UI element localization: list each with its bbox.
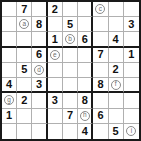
given-digit: 6 [36, 49, 42, 60]
cell-r3c4[interactable]: 1 [48, 32, 63, 47]
cell-r6c4[interactable] [48, 78, 63, 93]
given-digit: 7 [97, 49, 103, 60]
cell-r7c7[interactable] [93, 93, 108, 108]
cell-r3c8[interactable]: 4 [109, 32, 124, 47]
circled-letter-f: f [111, 80, 121, 90]
cell-r1c1[interactable] [2, 2, 17, 17]
cell-r9c2[interactable] [17, 124, 32, 139]
cell-r6c9[interactable] [124, 78, 139, 93]
cell-r6c3[interactable]: 3 [32, 78, 47, 93]
sudoku-board: 72ca8531b646e715d2438fg23817h645i [0, 0, 141, 141]
cell-r7c2[interactable]: 2 [17, 93, 32, 108]
cell-r7c1[interactable]: g [2, 93, 17, 108]
given-digit: 2 [21, 95, 27, 106]
cell-r7c5[interactable] [63, 93, 78, 108]
cell-r4c8[interactable] [109, 48, 124, 63]
cell-r6c5[interactable] [63, 78, 78, 93]
cell-r8c9[interactable] [124, 109, 139, 124]
cell-r3c3[interactable] [32, 32, 47, 47]
cell-r1c6[interactable] [78, 2, 93, 17]
cell-r8c1[interactable]: 1 [2, 109, 17, 124]
cell-r4c9[interactable]: 1 [124, 48, 139, 63]
cell-r7c6[interactable]: 8 [78, 93, 93, 108]
cell-r2c4[interactable] [48, 17, 63, 32]
cell-r8c4[interactable] [48, 109, 63, 124]
cell-r9c5[interactable] [63, 124, 78, 139]
cell-r3c2[interactable] [17, 32, 32, 47]
cell-r4c2[interactable] [17, 48, 32, 63]
cell-r5c2[interactable]: 5 [17, 63, 32, 78]
cell-r9c3[interactable] [32, 124, 47, 139]
cell-r1c3[interactable] [32, 2, 47, 17]
cell-r2c6[interactable] [78, 17, 93, 32]
given-digit: 8 [97, 79, 103, 90]
cell-r4c7[interactable]: 7 [93, 48, 108, 63]
cell-r7c3[interactable] [32, 93, 47, 108]
cell-r2c8[interactable] [109, 17, 124, 32]
cell-r1c7[interactable]: c [93, 2, 108, 17]
cell-r5c1[interactable] [2, 63, 17, 78]
given-digit: 3 [36, 79, 42, 90]
cell-r5c5[interactable] [63, 63, 78, 78]
given-digit: 6 [82, 34, 88, 45]
cell-r1c2[interactable]: 7 [17, 2, 32, 17]
cell-r2c1[interactable] [2, 17, 17, 32]
cell-r9c1[interactable] [2, 124, 17, 139]
cell-r5c4[interactable] [48, 63, 63, 78]
cell-r7c4[interactable]: 3 [48, 93, 63, 108]
cell-r3c5[interactable]: b [63, 32, 78, 47]
cell-r9c7[interactable] [93, 124, 108, 139]
cell-r2c2[interactable]: a [17, 17, 32, 32]
given-digit: 1 [52, 34, 58, 45]
cell-r6c7[interactable]: 8 [93, 78, 108, 93]
given-digit: 8 [36, 19, 42, 30]
given-digit: 5 [113, 126, 119, 137]
circled-letter-i: i [126, 126, 136, 136]
cell-r3c7[interactable] [93, 32, 108, 47]
given-digit: 6 [97, 110, 103, 121]
circled-letter-d: d [34, 65, 44, 75]
cell-r9c6[interactable]: 4 [78, 124, 93, 139]
given-digit: 1 [128, 49, 134, 60]
cell-r1c4[interactable]: 2 [48, 2, 63, 17]
circled-letter-h: h [80, 111, 90, 121]
cell-r9c4[interactable] [48, 124, 63, 139]
cell-r5c7[interactable] [93, 63, 108, 78]
given-digit: 3 [128, 19, 134, 30]
cell-r1c8[interactable] [109, 2, 124, 17]
given-digit: 4 [113, 34, 119, 45]
given-digit: 1 [6, 110, 12, 121]
cell-r4c4[interactable]: e [48, 48, 63, 63]
cell-r8c3[interactable] [32, 109, 47, 124]
cell-r2c7[interactable] [93, 17, 108, 32]
given-digit: 3 [52, 95, 58, 106]
cell-r5c9[interactable] [124, 63, 139, 78]
cell-r9c8[interactable]: 5 [109, 124, 124, 139]
given-digit: 5 [67, 19, 73, 30]
cell-r8c8[interactable] [109, 109, 124, 124]
cell-r1c5[interactable] [63, 2, 78, 17]
cell-r7c8[interactable] [109, 93, 124, 108]
cell-r5c3[interactable]: d [32, 63, 47, 78]
cell-r6c1[interactable]: 4 [2, 78, 17, 93]
given-digit: 5 [21, 64, 27, 75]
given-digit: 4 [6, 79, 12, 90]
cell-r8c6[interactable]: h [78, 109, 93, 124]
cell-r8c7[interactable]: 6 [93, 109, 108, 124]
cell-r7c9[interactable] [124, 93, 139, 108]
cell-r4c5[interactable] [63, 48, 78, 63]
circled-letter-c: c [95, 4, 105, 14]
circled-letter-g: g [4, 95, 14, 105]
cell-r2c5[interactable]: 5 [63, 17, 78, 32]
given-digit: 8 [82, 95, 88, 106]
circled-letter-b: b [65, 34, 75, 44]
cell-r5c6[interactable] [78, 63, 93, 78]
cell-r3c6[interactable]: 6 [78, 32, 93, 47]
cell-r6c2[interactable] [17, 78, 32, 93]
given-digit: 4 [82, 126, 88, 137]
cell-r5c8[interactable]: 2 [109, 63, 124, 78]
circled-letter-a: a [19, 19, 29, 29]
cell-r2c9[interactable]: 3 [124, 17, 139, 32]
cell-r3c9[interactable] [124, 32, 139, 47]
cell-r4c1[interactable] [2, 48, 17, 63]
cell-r6c8[interactable]: f [109, 78, 124, 93]
given-digit: 2 [52, 4, 58, 15]
given-digit: 2 [113, 64, 119, 75]
cell-r8c2[interactable] [17, 109, 32, 124]
given-digit: 7 [67, 110, 73, 121]
cell-r9c9[interactable]: i [124, 124, 139, 139]
cell-r4c3[interactable]: 6 [32, 48, 47, 63]
circled-letter-e: e [50, 50, 60, 60]
cell-r6c6[interactable] [78, 78, 93, 93]
cell-r1c9[interactable] [124, 2, 139, 17]
cell-r4c6[interactable] [78, 48, 93, 63]
cell-r2c3[interactable]: 8 [32, 17, 47, 32]
cell-r3c1[interactable] [2, 32, 17, 47]
cell-r8c5[interactable]: 7 [63, 109, 78, 124]
given-digit: 7 [21, 4, 27, 15]
